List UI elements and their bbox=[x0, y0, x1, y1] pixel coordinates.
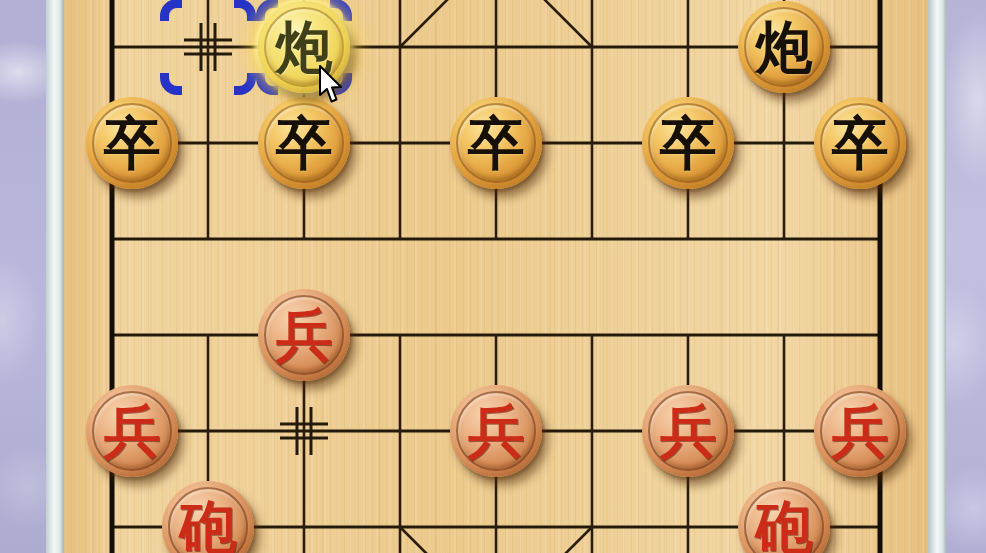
piece-black-soldier[interactable]: 卒 bbox=[86, 97, 178, 189]
last-move-from-marker bbox=[160, 0, 256, 95]
piece-character: 卒 bbox=[104, 97, 161, 189]
piece-red-soldier[interactable]: 兵 bbox=[814, 385, 906, 477]
piece-character: 兵 bbox=[468, 385, 525, 477]
desktop-background-left bbox=[0, 0, 46, 553]
selection-corner-icon bbox=[160, 0, 182, 21]
piece-character: 兵 bbox=[104, 385, 161, 477]
piece-character: 炮 bbox=[756, 1, 813, 93]
mouse-cursor-icon bbox=[318, 65, 344, 107]
window-edge-left bbox=[46, 0, 64, 553]
piece-character: 砲 bbox=[180, 481, 237, 553]
piece-black-soldier[interactable]: 卒 bbox=[814, 97, 906, 189]
piece-red-soldier[interactable]: 兵 bbox=[86, 385, 178, 477]
window-edge-right bbox=[928, 0, 946, 553]
piece-character: 兵 bbox=[276, 289, 333, 381]
piece-character: 兵 bbox=[832, 385, 889, 477]
piece-character: 砲 bbox=[756, 481, 813, 553]
piece-black-soldier[interactable]: 卒 bbox=[450, 97, 542, 189]
piece-red-soldier[interactable]: 兵 bbox=[258, 289, 350, 381]
piece-character: 兵 bbox=[660, 385, 717, 477]
piece-black-cannon[interactable]: 炮 bbox=[738, 1, 830, 93]
piece-character: 卒 bbox=[468, 97, 525, 189]
screenshot-root: 炮炮卒卒卒卒卒兵兵兵兵兵砲砲 bbox=[0, 0, 986, 553]
piece-black-soldier[interactable]: 卒 bbox=[258, 97, 350, 189]
piece-character: 卒 bbox=[276, 97, 333, 189]
piece-black-soldier[interactable]: 卒 bbox=[642, 97, 734, 189]
piece-character: 卒 bbox=[660, 97, 717, 189]
selection-corner-icon bbox=[234, 73, 256, 95]
selection-corner-icon bbox=[234, 0, 256, 21]
desktop-background-right bbox=[946, 0, 986, 553]
piece-red-soldier[interactable]: 兵 bbox=[450, 385, 542, 477]
piece-red-soldier[interactable]: 兵 bbox=[642, 385, 734, 477]
piece-character: 卒 bbox=[832, 97, 889, 189]
selection-corner-icon bbox=[160, 73, 182, 95]
